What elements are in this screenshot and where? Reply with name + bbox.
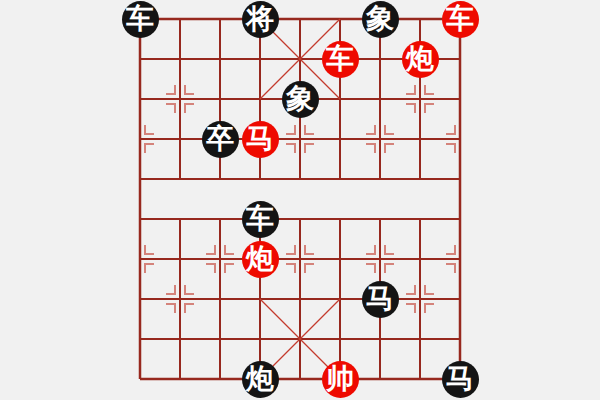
piece-black-cannon[interactable]: 炮 <box>242 361 279 398</box>
piece-black-elephant[interactable]: 象 <box>362 1 399 38</box>
piece-black-general[interactable]: 将 <box>242 1 279 38</box>
piece-red-general[interactable]: 帅 <box>322 361 359 398</box>
piece-black-chariot[interactable]: 车 <box>122 1 159 38</box>
xiangqi-board: 车将象车车炮象卒马车炮马炮帅马 <box>0 0 600 400</box>
piece-black-chariot[interactable]: 车 <box>242 201 279 238</box>
piece-black-elephant[interactable]: 象 <box>282 81 319 118</box>
piece-red-horse[interactable]: 马 <box>242 121 279 158</box>
piece-red-cannon[interactable]: 炮 <box>402 41 439 78</box>
piece-black-horse[interactable]: 马 <box>442 361 479 398</box>
piece-red-chariot[interactable]: 车 <box>322 41 359 78</box>
piece-black-soldier[interactable]: 卒 <box>202 121 239 158</box>
piece-red-cannon[interactable]: 炮 <box>242 241 279 278</box>
piece-grid[interactable]: 车将象车车炮象卒马车炮马炮帅马 <box>120 0 480 399</box>
piece-red-chariot[interactable]: 车 <box>442 1 479 38</box>
piece-black-horse[interactable]: 马 <box>362 281 399 318</box>
